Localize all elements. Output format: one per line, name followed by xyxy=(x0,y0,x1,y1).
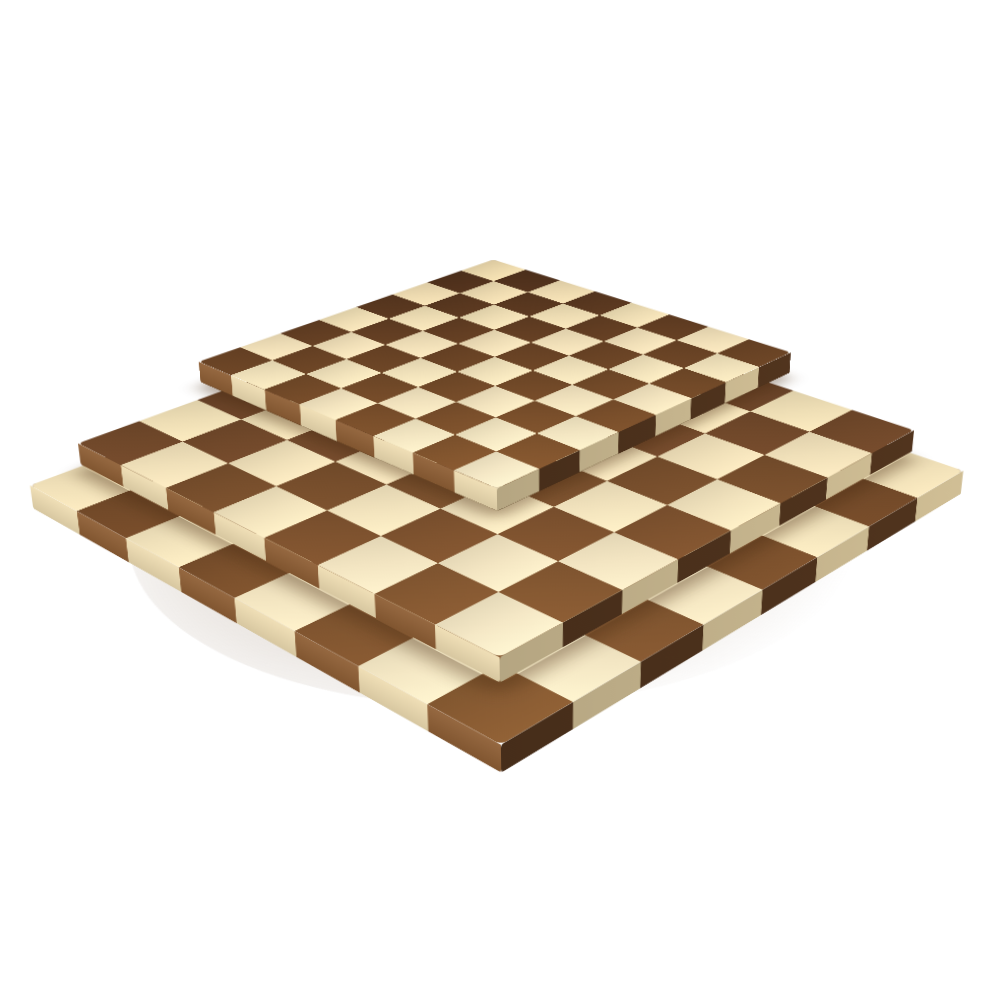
product-photo-stage xyxy=(0,0,1000,1000)
